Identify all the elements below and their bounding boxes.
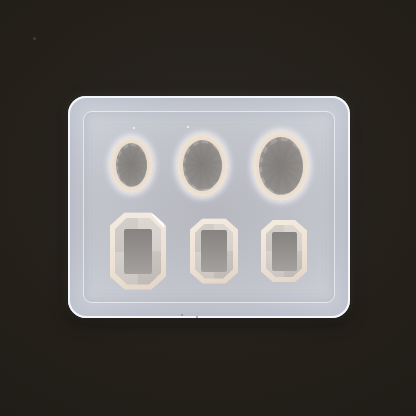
cavity-well	[195, 224, 233, 279]
cavity-well	[116, 143, 147, 187]
dust-speck	[33, 37, 36, 40]
silicone-mold	[68, 96, 350, 318]
cavity-well	[183, 140, 222, 191]
dust-speck	[133, 127, 135, 129]
cavity-octagon-medium	[190, 219, 238, 284]
cavity-octagon-small	[261, 220, 307, 282]
cavity-octagon-large	[110, 213, 166, 290]
cavity-bottom	[118, 146, 147, 186]
dust-speck	[181, 314, 183, 316]
dust-speck	[187, 126, 189, 128]
cavity-bottom	[185, 143, 222, 189]
cavity-well	[259, 137, 303, 195]
cavity-bottom	[272, 232, 297, 271]
cavity-bottom	[262, 141, 303, 194]
facet-highlight	[151, 214, 164, 228]
photo-stage	[0, 0, 416, 416]
dust-speck	[196, 316, 198, 318]
cavity-bottom	[124, 229, 152, 274]
cavity-well	[115, 218, 161, 285]
cavity-well	[266, 225, 302, 277]
cavity-oval-small	[110, 137, 153, 193]
cavity-bottom	[201, 230, 227, 272]
cavity-oval-large	[253, 131, 309, 201]
cavity-oval-medium	[177, 134, 228, 197]
